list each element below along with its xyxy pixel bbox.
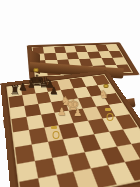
black-pawn-c-piece: ♟ [50, 86, 59, 96]
pieces-layer: ♜♟♝♚♛♟♟♞♚♟♟♞ [0, 0, 140, 187]
white-knight-b-piece: ♞ [99, 89, 109, 100]
white-pawn-b-piece: ♟ [74, 108, 83, 118]
white-pawn-a-piece: ♟ [58, 107, 67, 117]
product-photo-chess-set: Product photo of a folding wooden chess … [0, 0, 140, 187]
